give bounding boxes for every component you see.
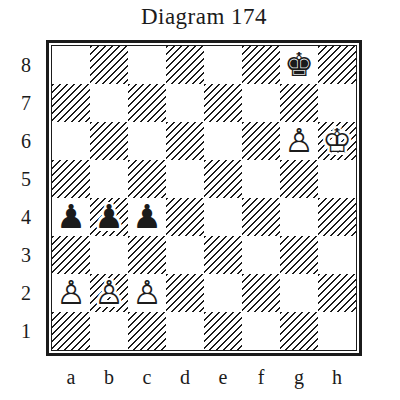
file-label-e: e [204,364,242,390]
square-a1[interactable] [52,312,90,350]
square-a5[interactable] [52,160,90,198]
board-grid: ♚♙♔♟♟♟♙♙♙ [51,45,357,351]
square-a7[interactable] [52,84,90,122]
square-d4[interactable] [166,198,204,236]
square-d3[interactable] [166,236,204,274]
black-pawn: ♟ [132,198,162,236]
file-labels: abcdefgh [52,364,356,390]
square-g2[interactable] [280,274,318,312]
white-pawn: ♙ [56,274,86,312]
square-d2[interactable] [166,274,204,312]
square-a4[interactable]: ♟ [52,198,90,236]
square-d1[interactable] [166,312,204,350]
square-h7[interactable] [318,84,356,122]
square-f3[interactable] [242,236,280,274]
file-label-f: f [242,364,280,390]
square-b1[interactable] [90,312,128,350]
square-f7[interactable] [242,84,280,122]
square-b3[interactable] [90,236,128,274]
square-e7[interactable] [204,84,242,122]
square-f5[interactable] [242,160,280,198]
square-c4[interactable]: ♟ [128,198,166,236]
rank-labels: 87654321 [14,46,38,350]
square-a6[interactable] [52,122,90,160]
square-e2[interactable] [204,274,242,312]
white-pawn: ♙ [94,274,124,312]
square-d6[interactable] [166,122,204,160]
square-b7[interactable] [90,84,128,122]
file-label-h: h [318,364,356,390]
square-e3[interactable] [204,236,242,274]
square-c3[interactable] [128,236,166,274]
chess-board: ♚♙♔♟♟♟♙♙♙ [46,40,362,356]
square-c2[interactable]: ♙ [128,274,166,312]
square-c8[interactable] [128,46,166,84]
rank-label-4: 4 [14,198,38,236]
white-pawn: ♙ [284,122,314,160]
white-pawn: ♙ [132,274,162,312]
square-g3[interactable] [280,236,318,274]
square-g6[interactable]: ♙ [280,122,318,160]
square-a2[interactable]: ♙ [52,274,90,312]
rank-label-6: 6 [14,122,38,160]
black-pawn: ♟ [94,198,124,236]
square-f4[interactable] [242,198,280,236]
white-king: ♔ [322,122,352,160]
file-label-b: b [90,364,128,390]
square-e5[interactable] [204,160,242,198]
square-g8[interactable]: ♚ [280,46,318,84]
square-f1[interactable] [242,312,280,350]
square-g1[interactable] [280,312,318,350]
square-a8[interactable] [52,46,90,84]
square-e6[interactable] [204,122,242,160]
square-g4[interactable] [280,198,318,236]
square-g7[interactable] [280,84,318,122]
square-b8[interactable] [90,46,128,84]
square-h1[interactable] [318,312,356,350]
square-f8[interactable] [242,46,280,84]
square-h8[interactable] [318,46,356,84]
square-h6[interactable]: ♔ [318,122,356,160]
square-c6[interactable] [128,122,166,160]
square-b5[interactable] [90,160,128,198]
file-label-c: c [128,364,166,390]
square-g5[interactable] [280,160,318,198]
black-king: ♚ [284,46,314,84]
square-d5[interactable] [166,160,204,198]
file-label-g: g [280,364,318,390]
square-f2[interactable] [242,274,280,312]
square-b2[interactable]: ♙ [90,274,128,312]
square-b6[interactable] [90,122,128,160]
rank-label-1: 1 [14,312,38,350]
square-c5[interactable] [128,160,166,198]
square-c1[interactable] [128,312,166,350]
square-h4[interactable] [318,198,356,236]
file-label-d: d [166,364,204,390]
rank-label-7: 7 [14,84,38,122]
square-h3[interactable] [318,236,356,274]
square-e8[interactable] [204,46,242,84]
rank-label-8: 8 [14,46,38,84]
square-e1[interactable] [204,312,242,350]
chess-diagram: Diagram 174 87654321 ♚♙♔♟♟♟♙♙♙ abcdefgh [0,0,400,400]
file-label-a: a [52,364,90,390]
diagram-title: Diagram 174 [46,4,362,30]
square-d7[interactable] [166,84,204,122]
square-h5[interactable] [318,160,356,198]
square-f6[interactable] [242,122,280,160]
square-d8[interactable] [166,46,204,84]
rank-label-3: 3 [14,236,38,274]
rank-label-2: 2 [14,274,38,312]
rank-label-5: 5 [14,160,38,198]
square-c7[interactable] [128,84,166,122]
black-pawn: ♟ [56,198,86,236]
square-b4[interactable]: ♟ [90,198,128,236]
square-a3[interactable] [52,236,90,274]
square-e4[interactable] [204,198,242,236]
square-h2[interactable] [318,274,356,312]
